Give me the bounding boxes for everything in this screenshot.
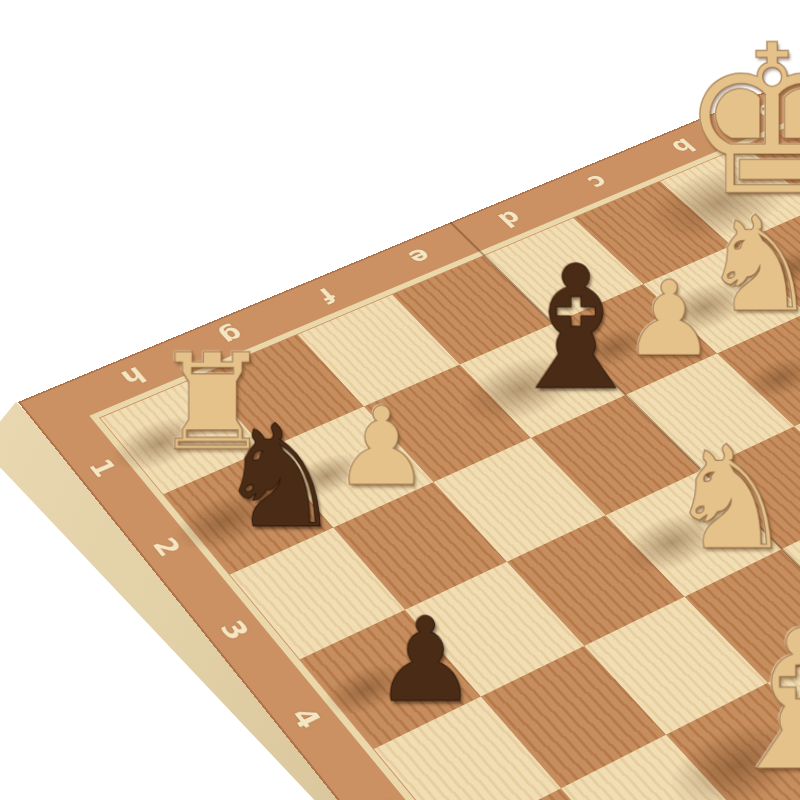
file-label-e: e <box>402 243 437 269</box>
white-bishop-icon: ♝ <box>715 605 800 798</box>
black-knight-icon: ♞ <box>216 406 343 548</box>
black-pawn-icon: ♟ <box>373 603 477 719</box>
white-pawn-icon: ♟ <box>333 393 430 502</box>
file-label-c: c <box>581 170 614 194</box>
file-label-d: d <box>492 206 528 232</box>
file-label-f: f <box>312 283 342 308</box>
file-label-h: h <box>115 362 151 391</box>
black-bishop-icon: ♝ <box>499 243 652 414</box>
photo-stage: hgfedcba12345678♜♞♟♟♝♟♞♞♚♟♟♟♝ <box>0 0 800 800</box>
board-plane: hgfedcba12345678♜♞♟♟♝♟♞♞♚♟♟♟♝ <box>18 64 800 800</box>
white-pawn-icon: ♟ <box>790 297 800 402</box>
white-knight-icon: ♞ <box>667 427 795 570</box>
rank-label-4: 4 <box>284 702 329 733</box>
rank-label-5: 5 <box>359 794 406 800</box>
square-h6 <box>452 788 646 800</box>
square-g5 <box>481 646 666 788</box>
rank-label-3: 3 <box>213 615 257 645</box>
